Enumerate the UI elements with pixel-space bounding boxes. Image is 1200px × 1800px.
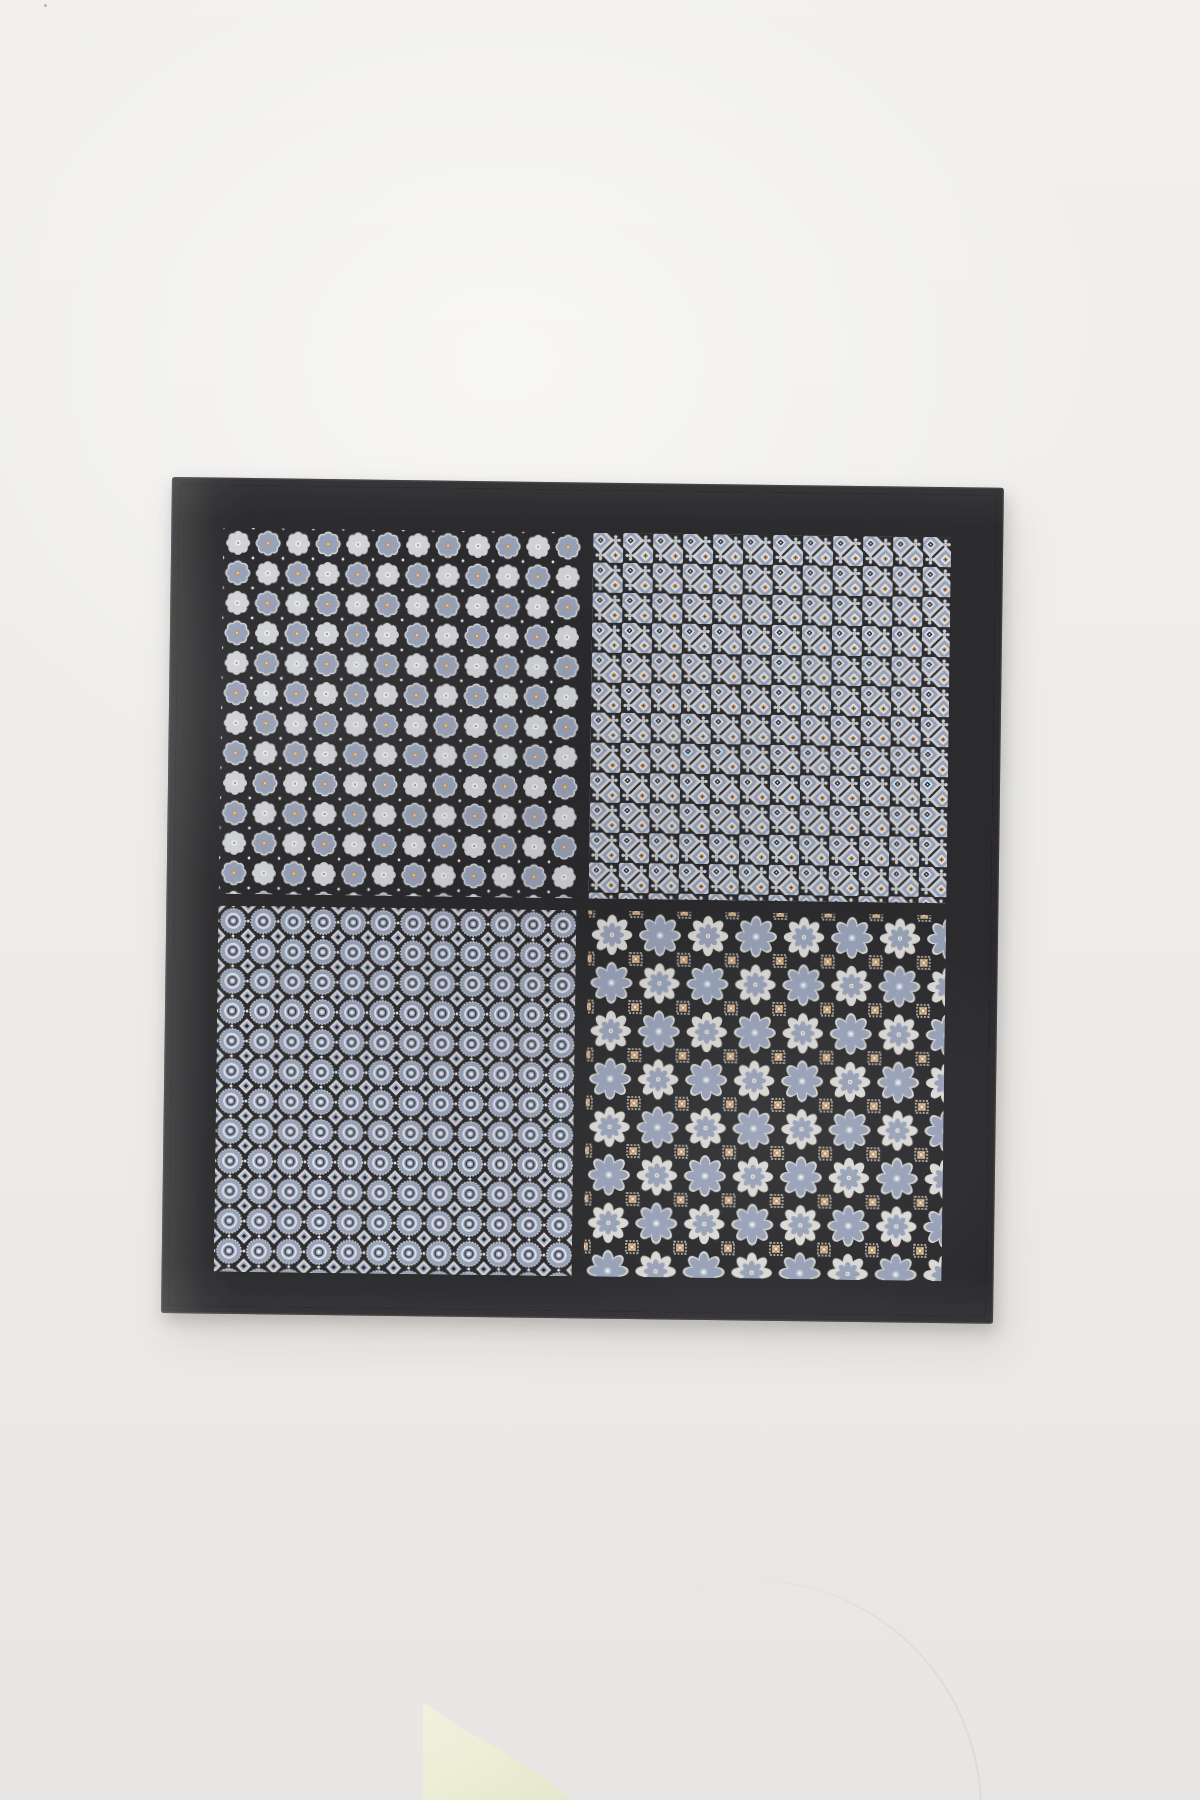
quadrant-bottom-left-pattern xyxy=(214,906,577,1277)
product-photo-scene xyxy=(0,0,1200,1800)
quadrant-bottom-right-pattern xyxy=(584,910,947,1281)
pattern-grid-svg xyxy=(214,528,952,1281)
pocket-square xyxy=(161,477,1004,1324)
pattern-area xyxy=(214,528,952,1281)
dust-speck xyxy=(44,4,47,7)
quadrant-top-right-pattern xyxy=(589,533,952,904)
quadrant-top-left-pattern xyxy=(219,528,582,899)
